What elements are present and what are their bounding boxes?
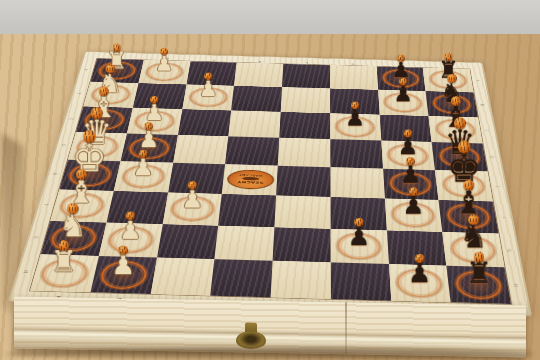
orange-ball-finial bbox=[404, 129, 412, 137]
square-e5 bbox=[276, 166, 330, 197]
file-label-B: B bbox=[55, 90, 105, 97]
piece-glyph: ♟ bbox=[348, 223, 371, 248]
square-f4 bbox=[218, 194, 276, 227]
square-d6 bbox=[330, 139, 383, 168]
file-label-A: A bbox=[62, 66, 111, 73]
orange-ball-finial bbox=[139, 150, 147, 158]
square-e2: ♟ bbox=[114, 161, 173, 192]
piece-glyph: ♟ bbox=[198, 77, 217, 99]
square-a5 bbox=[282, 64, 330, 89]
square-c4 bbox=[228, 110, 280, 138]
square-e6 bbox=[330, 167, 384, 198]
square-b7: ♟ bbox=[378, 90, 429, 116]
box-bottom-shadow bbox=[6, 348, 534, 360]
square-c5 bbox=[279, 112, 330, 140]
orange-ball-finial bbox=[444, 53, 452, 61]
file-label-H: H bbox=[0, 267, 57, 277]
square-a2: ♟ bbox=[138, 60, 190, 84]
square-h2: ♟ bbox=[90, 256, 156, 294]
square-b4 bbox=[231, 86, 282, 112]
piece-glyph: ♟ bbox=[139, 127, 160, 150]
piece-glyph: ♟ bbox=[345, 106, 365, 128]
file-label-G: G bbox=[7, 232, 66, 241]
piece-glyph: ♟ bbox=[155, 53, 174, 74]
piece-glyph: ♟ bbox=[393, 83, 412, 105]
orange-ball-finial bbox=[415, 254, 424, 263]
file-label-F: F bbox=[18, 200, 75, 209]
maker-medallion: SZACHYWARCABY bbox=[226, 170, 273, 190]
square-f5 bbox=[274, 195, 330, 228]
orange-ball-finial bbox=[151, 96, 159, 104]
square-b5 bbox=[281, 87, 330, 113]
brass-clasp bbox=[236, 322, 266, 349]
piece-glyph: ♟ bbox=[144, 101, 164, 123]
square-c6: ♟ bbox=[330, 113, 381, 141]
file-label-right-B: B bbox=[458, 101, 508, 108]
square-d5 bbox=[278, 138, 330, 167]
piece-glyph: ♟ bbox=[119, 217, 142, 242]
square-c3 bbox=[178, 109, 232, 137]
piece-glyph: ♟ bbox=[181, 187, 203, 212]
square-f3: ♟ bbox=[162, 192, 222, 225]
square-h5 bbox=[271, 261, 331, 299]
square-g5 bbox=[273, 227, 331, 263]
box-fold-seam bbox=[345, 302, 347, 354]
piece-glyph: ♟ bbox=[397, 134, 418, 157]
piece-glyph: ♟ bbox=[112, 251, 136, 277]
square-h7: ♟ bbox=[389, 264, 451, 302]
clasp-plate bbox=[236, 331, 266, 349]
square-h3 bbox=[150, 258, 214, 296]
file-label-right-C: C bbox=[462, 127, 513, 134]
square-b3: ♟ bbox=[182, 84, 234, 110]
orange-ball-finial bbox=[161, 48, 168, 55]
file-label-right-F: F bbox=[476, 213, 532, 222]
orange-ball-finial bbox=[126, 211, 135, 220]
file-label-right-G: G bbox=[481, 246, 539, 255]
square-g4 bbox=[215, 225, 275, 260]
square-g6: ♟ bbox=[330, 229, 388, 265]
square-h4 bbox=[210, 259, 272, 297]
medallion-text-line1: SZACHY bbox=[237, 181, 264, 185]
orange-ball-finial bbox=[188, 181, 196, 189]
orange-ball-finial bbox=[119, 246, 128, 255]
square-f7: ♟ bbox=[384, 198, 442, 231]
orange-ball-finial bbox=[351, 102, 359, 110]
square-d4 bbox=[225, 136, 279, 165]
piece-glyph: ♟ bbox=[133, 155, 154, 179]
piece-glyph: ♟ bbox=[400, 163, 421, 187]
piece-glyph: ♟ bbox=[402, 193, 424, 218]
orange-ball-finial bbox=[406, 157, 414, 165]
chess-board: ♜♟♟♜♞♟♟♞♝♟♟♝♛♟♟♛♚♟SZACHYWARCABY♟♚♝♟♟♝♞♟♟… bbox=[10, 52, 530, 315]
orange-ball-finial bbox=[397, 55, 404, 62]
file-label-C: C bbox=[46, 115, 98, 122]
square-h6 bbox=[331, 263, 391, 301]
square-e4: SZACHYWARCABY bbox=[222, 164, 278, 195]
orange-ball-finial bbox=[145, 122, 153, 130]
orange-ball-finial bbox=[204, 73, 211, 80]
file-label-D: D bbox=[37, 142, 91, 150]
square-a4 bbox=[234, 62, 283, 87]
orange-ball-finial bbox=[399, 78, 406, 85]
orange-ball-finial bbox=[409, 187, 417, 195]
piece-glyph: ♟ bbox=[408, 260, 432, 286]
square-d3 bbox=[173, 135, 229, 164]
square-g3 bbox=[157, 224, 219, 259]
file-label-E: E bbox=[28, 170, 83, 178]
orange-ball-finial bbox=[355, 218, 364, 227]
square-a6 bbox=[330, 65, 378, 90]
